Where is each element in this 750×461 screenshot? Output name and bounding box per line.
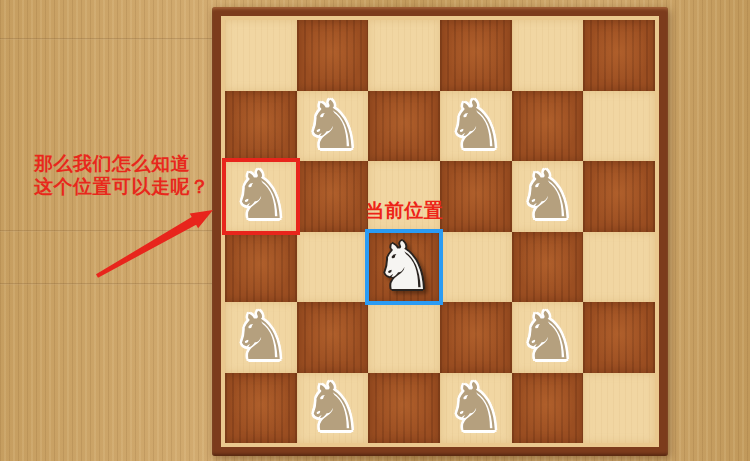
board-square[interactable]: ♞	[512, 302, 584, 373]
board-square[interactable]: ♞	[440, 91, 512, 162]
board-square[interactable]	[368, 302, 440, 373]
board-square[interactable]	[583, 91, 655, 162]
ghost-knight-icon[interactable]: ♞	[446, 93, 505, 159]
ghost-knight-icon[interactable]: ♞	[303, 375, 362, 441]
board-square[interactable]	[368, 91, 440, 162]
white-knight-icon[interactable]: ♞	[375, 234, 434, 300]
board-square[interactable]	[512, 373, 584, 444]
board-square[interactable]	[583, 232, 655, 303]
board-square[interactable]	[440, 20, 512, 91]
board-square[interactable]: ♞当前位置	[368, 232, 440, 303]
caption-line-2: 这个位置可以走呢？	[34, 175, 210, 198]
board-trim: ♞♞♞♞♞当前位置♞♞♞♞	[221, 16, 659, 447]
ghost-knight-icon[interactable]: ♞	[231, 304, 290, 370]
board-square[interactable]	[583, 161, 655, 232]
board-square[interactable]	[297, 20, 369, 91]
board-square[interactable]	[512, 91, 584, 162]
board-square[interactable]	[583, 373, 655, 444]
red-arrow-icon	[85, 200, 225, 290]
ghost-knight-icon[interactable]: ♞	[518, 304, 577, 370]
board-square[interactable]	[440, 302, 512, 373]
caption-line-1: 那么我们怎么知道	[34, 152, 210, 175]
board-square[interactable]	[583, 302, 655, 373]
board-square[interactable]: ♞	[225, 302, 297, 373]
wood-seam	[0, 38, 212, 40]
board-square[interactable]: ♞	[297, 373, 369, 444]
ghost-knight-icon[interactable]: ♞	[231, 163, 290, 229]
board-square[interactable]: ♞	[440, 373, 512, 444]
ghost-knight-icon[interactable]: ♞	[303, 93, 362, 159]
ghost-knight-icon[interactable]: ♞	[446, 375, 505, 441]
board-square[interactable]	[297, 232, 369, 303]
chess-board: ♞♞♞♞♞当前位置♞♞♞♞	[225, 20, 655, 443]
board-square[interactable]	[225, 20, 297, 91]
board-square[interactable]	[512, 232, 584, 303]
board-square[interactable]	[297, 302, 369, 373]
board-square[interactable]	[368, 373, 440, 444]
tutorial-screen: 那么我们怎么知道 这个位置可以走呢？ ♞♞♞♞♞当前位置♞♞♞♞	[0, 0, 750, 461]
caption-text: 那么我们怎么知道 这个位置可以走呢？	[34, 152, 210, 198]
board-square[interactable]	[225, 91, 297, 162]
board-square[interactable]: ♞	[225, 161, 297, 232]
ghost-knight-icon[interactable]: ♞	[518, 163, 577, 229]
board-frame: ♞♞♞♞♞当前位置♞♞♞♞	[212, 7, 668, 456]
board-square[interactable]	[368, 20, 440, 91]
current-position-label: 当前位置	[365, 198, 443, 224]
board-square[interactable]	[440, 161, 512, 232]
board-square[interactable]	[583, 20, 655, 91]
board-square[interactable]: ♞	[297, 91, 369, 162]
board-square[interactable]	[512, 20, 584, 91]
board-square[interactable]	[225, 373, 297, 444]
board-square[interactable]	[225, 232, 297, 303]
board-square[interactable]	[297, 161, 369, 232]
board-square[interactable]: ♞	[512, 161, 584, 232]
board-square[interactable]	[440, 232, 512, 303]
